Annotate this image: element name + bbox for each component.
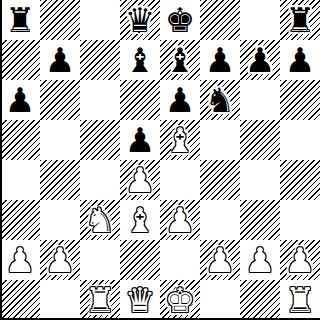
- square-b3[interactable]: [40, 200, 80, 240]
- square-c1[interactable]: ♜: [80, 280, 120, 320]
- square-h7[interactable]: ♟: [280, 40, 320, 80]
- square-a5[interactable]: [0, 120, 40, 160]
- piece-black-pawn: ♟: [205, 43, 235, 77]
- square-h4[interactable]: [280, 160, 320, 200]
- square-e8[interactable]: ♚: [160, 0, 200, 40]
- square-c5[interactable]: [80, 120, 120, 160]
- square-f6[interactable]: ♞: [200, 80, 240, 120]
- square-h2[interactable]: ♟: [280, 240, 320, 280]
- square-e4[interactable]: [160, 160, 200, 200]
- square-c8[interactable]: [80, 0, 120, 40]
- square-a3[interactable]: [0, 200, 40, 240]
- square-d2[interactable]: [120, 240, 160, 280]
- square-c6[interactable]: [80, 80, 120, 120]
- square-e5[interactable]: ♝: [160, 120, 200, 160]
- piece-white-pawn: ♟: [5, 243, 35, 277]
- piece-white-rook: ♜: [85, 283, 115, 317]
- square-b6[interactable]: [40, 80, 80, 120]
- square-e2[interactable]: [160, 240, 200, 280]
- piece-white-pawn: ♟: [165, 203, 195, 237]
- piece-white-bishop: ♝: [125, 203, 155, 237]
- piece-white-queen: ♛: [125, 283, 155, 317]
- square-d5[interactable]: ♟: [120, 120, 160, 160]
- square-d7[interactable]: ♝: [120, 40, 160, 80]
- square-d3[interactable]: ♝: [120, 200, 160, 240]
- square-a6[interactable]: ♟: [0, 80, 40, 120]
- square-b2[interactable]: ♟: [40, 240, 80, 280]
- piece-white-bishop: ♝: [165, 123, 195, 157]
- square-h3[interactable]: [280, 200, 320, 240]
- piece-white-pawn: ♟: [125, 163, 155, 197]
- square-c7[interactable]: [80, 40, 120, 80]
- square-a1[interactable]: [0, 280, 40, 320]
- square-e3[interactable]: ♟: [160, 200, 200, 240]
- piece-white-king: ♚: [165, 283, 195, 317]
- piece-white-pawn: ♟: [245, 243, 275, 277]
- piece-black-pawn: ♟: [285, 43, 315, 77]
- square-f8[interactable]: [200, 0, 240, 40]
- square-c2[interactable]: [80, 240, 120, 280]
- piece-white-pawn: ♟: [285, 243, 315, 277]
- square-g3[interactable]: [240, 200, 280, 240]
- square-b4[interactable]: [40, 160, 80, 200]
- square-g8[interactable]: [240, 0, 280, 40]
- piece-black-pawn: ♟: [245, 43, 275, 77]
- square-c4[interactable]: [80, 160, 120, 200]
- square-e7[interactable]: ♝: [160, 40, 200, 80]
- piece-black-knight: ♞: [205, 83, 235, 117]
- square-f2[interactable]: ♟: [200, 240, 240, 280]
- square-f1[interactable]: [200, 280, 240, 320]
- square-g2[interactable]: ♟: [240, 240, 280, 280]
- square-h1[interactable]: ♜: [280, 280, 320, 320]
- square-e6[interactable]: ♟: [160, 80, 200, 120]
- square-g5[interactable]: [240, 120, 280, 160]
- piece-black-rook: ♜: [5, 3, 35, 37]
- square-f5[interactable]: [200, 120, 240, 160]
- square-a4[interactable]: [0, 160, 40, 200]
- square-h5[interactable]: [280, 120, 320, 160]
- square-g4[interactable]: [240, 160, 280, 200]
- square-b5[interactable]: [40, 120, 80, 160]
- square-a2[interactable]: ♟: [0, 240, 40, 280]
- board-border-left: [0, 0, 2, 320]
- square-c3[interactable]: ♞: [80, 200, 120, 240]
- piece-black-pawn: ♟: [125, 123, 155, 157]
- square-d8[interactable]: ♛: [120, 0, 160, 40]
- chess-board: ♜♛♚♜♟♝♝♟♟♟♟♟♞♟♝♟♞♝♟♟♟♟♟♟♜♛♚♜: [0, 0, 320, 320]
- piece-black-bishop: ♝: [165, 43, 195, 77]
- square-g6[interactable]: [240, 80, 280, 120]
- piece-white-pawn: ♟: [45, 243, 75, 277]
- square-d4[interactable]: ♟: [120, 160, 160, 200]
- square-b1[interactable]: [40, 280, 80, 320]
- piece-black-king: ♚: [165, 3, 195, 37]
- square-f7[interactable]: ♟: [200, 40, 240, 80]
- square-f3[interactable]: [200, 200, 240, 240]
- square-f4[interactable]: [200, 160, 240, 200]
- square-h8[interactable]: ♜: [280, 0, 320, 40]
- piece-white-pawn: ♟: [205, 243, 235, 277]
- piece-black-bishop: ♝: [125, 43, 155, 77]
- square-e1[interactable]: ♚: [160, 280, 200, 320]
- piece-white-knight: ♞: [85, 203, 115, 237]
- square-h6[interactable]: [280, 80, 320, 120]
- square-a7[interactable]: [0, 40, 40, 80]
- square-d6[interactable]: [120, 80, 160, 120]
- square-b7[interactable]: ♟: [40, 40, 80, 80]
- square-a8[interactable]: ♜: [0, 0, 40, 40]
- piece-white-rook: ♜: [285, 283, 315, 317]
- piece-black-pawn: ♟: [165, 83, 195, 117]
- piece-black-pawn: ♟: [5, 83, 35, 117]
- piece-black-queen: ♛: [125, 3, 155, 37]
- square-g1[interactable]: [240, 280, 280, 320]
- square-b8[interactable]: [40, 0, 80, 40]
- piece-black-pawn: ♟: [45, 43, 75, 77]
- piece-black-rook: ♜: [285, 3, 315, 37]
- square-d1[interactable]: ♛: [120, 280, 160, 320]
- square-g7[interactable]: ♟: [240, 40, 280, 80]
